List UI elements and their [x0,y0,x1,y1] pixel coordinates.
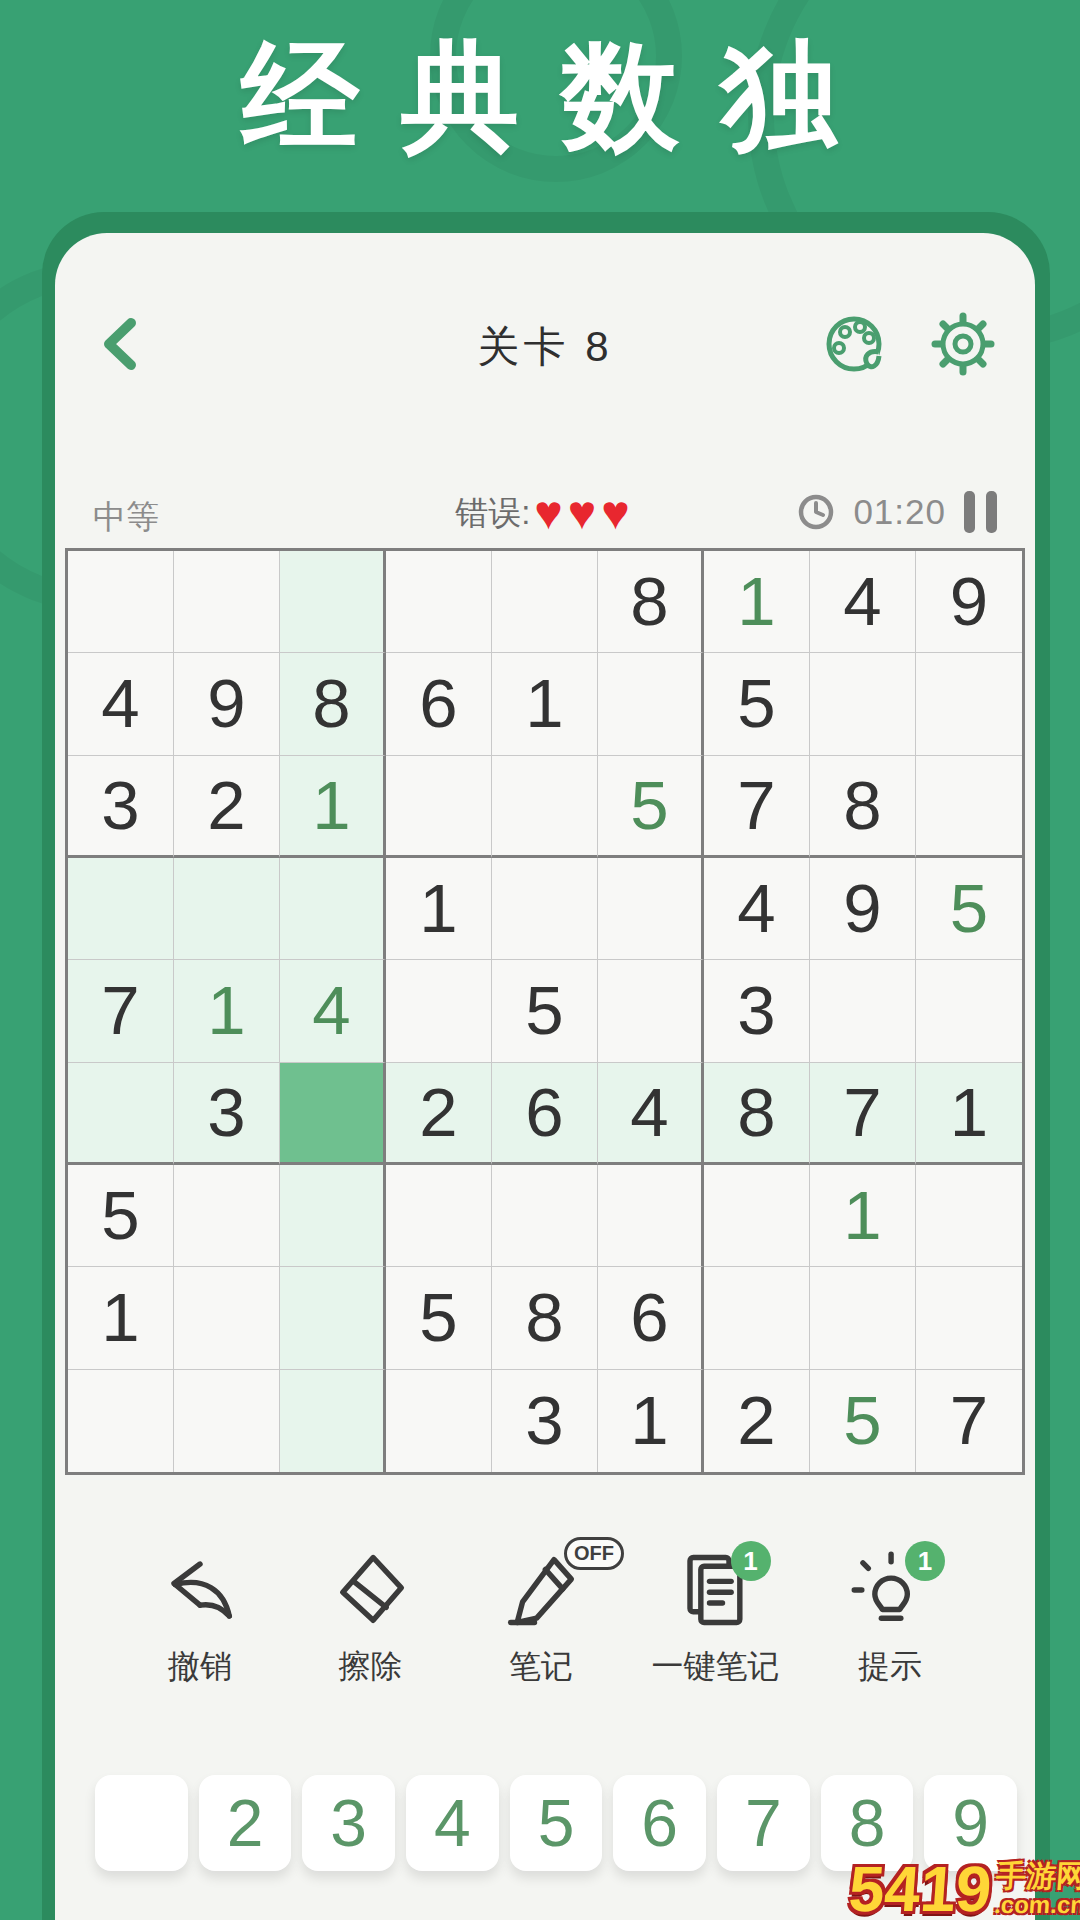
watermark-text: .com.cn [993,1892,1080,1918]
sudoku-cell-r9c8[interactable]: 5 [810,1370,916,1472]
sudoku-cell-r7c4[interactable] [386,1165,492,1267]
watermark-text: 手游网 [995,1860,1080,1892]
sudoku-cell-r7c8[interactable]: 1 [810,1165,916,1267]
sudoku-cell-r3c8[interactable]: 8 [810,756,916,858]
tool-label: 笔记 [509,1645,573,1689]
pause-icon [964,491,975,533]
sudoku-cell-r4c6[interactable] [598,858,704,960]
sudoku-cell-r4c8[interactable]: 9 [810,858,916,960]
toolbar: 撤销 擦除 [140,1551,950,1691]
sudoku-cell-r2c8[interactable] [810,653,916,755]
sudoku-cell-r9c3[interactable] [280,1370,386,1472]
sudoku-cell-r2c7[interactable]: 5 [704,653,810,755]
timer-text: 01:20 [853,492,946,532]
numpad-key-5[interactable]: 5 [510,1775,603,1871]
app-title: 经典数独 [0,18,1080,178]
sudoku-cell-r2c2[interactable]: 9 [174,653,280,755]
game-card: 关卡 8 [55,233,1035,1920]
mistakes-indicator: 错误: ♥♥♥ [455,483,635,543]
sudoku-cell-r8c2[interactable] [174,1267,280,1369]
sudoku-cell-r4c9[interactable]: 5 [916,858,1022,960]
sudoku-cell-r8c1[interactable]: 1 [68,1267,174,1369]
numpad-key-6[interactable]: 6 [613,1775,706,1871]
sudoku-cell-r2c4[interactable]: 6 [386,653,492,755]
header: 关卡 8 [55,311,1035,377]
sudoku-cell-r2c9[interactable] [916,653,1022,755]
sudoku-cell-r3c5[interactable] [492,756,598,858]
hearts-icons: ♥♥♥ [534,483,635,543]
sudoku-cell-r1c8[interactable]: 4 [810,551,916,653]
sudoku-cell-r6c8[interactable]: 7 [810,1063,916,1165]
sudoku-cell-r3c3[interactable]: 1 [280,756,386,858]
sudoku-cell-r6c7[interactable]: 8 [704,1063,810,1165]
sudoku-cell-r5c1[interactable]: 7 [68,960,174,1062]
difficulty-label: 中等 [93,495,159,540]
sudoku-cell-r7c7[interactable] [704,1165,810,1267]
notes-button[interactable]: OFF 笔记 [481,1551,601,1689]
erase-button[interactable]: 擦除 [311,1551,431,1689]
sudoku-cell-r5c6[interactable] [598,960,704,1062]
hint-count-badge: 1 [905,1541,945,1581]
sudoku-cell-r1c6[interactable]: 8 [598,551,704,653]
sudoku-cell-r1c5[interactable] [492,551,598,653]
sudoku-cell-r8c4[interactable]: 5 [386,1267,492,1369]
sudoku-cell-r8c9[interactable] [916,1267,1022,1369]
tool-label: 撤销 [168,1645,232,1689]
pencil-icon: OFF [502,1551,580,1629]
watermark-text: 5419 [847,1858,994,1920]
sudoku-cell-r1c9[interactable]: 9 [916,551,1022,653]
undo-button[interactable]: 撤销 [140,1551,260,1689]
tool-label: 一键笔记 [652,1645,780,1689]
numpad-key-2[interactable]: 2 [199,1775,292,1871]
sudoku-cell-r8c6[interactable]: 6 [598,1267,704,1369]
sudoku-cell-r5c8[interactable] [810,960,916,1062]
numpad-key-4[interactable]: 4 [406,1775,499,1871]
sudoku-cell-r4c1[interactable] [68,858,174,960]
numpad-key-7[interactable]: 7 [717,1775,810,1871]
auto-notes-button[interactable]: 1 一键笔记 [652,1551,780,1689]
sudoku-cell-r4c5[interactable] [492,858,598,960]
sudoku-cell-r1c1[interactable] [68,551,174,653]
numpad-key-empty[interactable] [95,1775,188,1871]
sudoku-cell-r3c1[interactable]: 3 [68,756,174,858]
clock-icon [797,493,835,531]
sudoku-cell-r3c6[interactable]: 5 [598,756,704,858]
sudoku-cell-r6c6[interactable]: 4 [598,1063,704,1165]
sudoku-cell-r9c2[interactable] [174,1370,280,1472]
notes-off-badge: OFF [564,1537,624,1570]
sudoku-cell-r3c2[interactable]: 2 [174,756,280,858]
palette-icon [823,311,887,377]
undo-icon [161,1551,239,1629]
sudoku-cell-r7c6[interactable] [598,1165,704,1267]
sudoku-cell-r1c2[interactable] [174,551,280,653]
sudoku-cell-r5c2[interactable]: 1 [174,960,280,1062]
sudoku-cell-r5c4[interactable] [386,960,492,1062]
watermark: 5419 手游网 .com.cn [847,1858,1080,1920]
hint-button[interactable]: 1 提示 [830,1551,950,1689]
sudoku-cell-r9c4[interactable] [386,1370,492,1472]
sudoku-cell-r8c7[interactable] [704,1267,810,1369]
documents-icon: 1 [677,1551,755,1629]
sudoku-cell-r6c4[interactable]: 2 [386,1063,492,1165]
sudoku-cell-r4c7[interactable]: 4 [704,858,810,960]
auto-notes-count-badge: 1 [731,1541,771,1581]
sudoku-cell-r5c7[interactable]: 3 [704,960,810,1062]
eraser-icon [332,1551,410,1629]
sudoku-cell-r9c1[interactable] [68,1370,174,1472]
sudoku-cell-r5c5[interactable]: 5 [492,960,598,1062]
sudoku-cell-r3c9[interactable] [916,756,1022,858]
sudoku-cell-r9c5[interactable]: 3 [492,1370,598,1472]
tool-label: 提示 [858,1645,922,1689]
sudoku-board: 8149498615321578149571453326487151158631… [65,548,1025,1475]
sudoku-cell-r1c7[interactable]: 1 [704,551,810,653]
sudoku-cell-r1c4[interactable] [386,551,492,653]
sudoku-cell-r1c3[interactable] [280,551,386,653]
sudoku-cell-r2c3[interactable]: 8 [280,653,386,755]
lightbulb-icon: 1 [851,1551,929,1629]
sudoku-cell-r2c6[interactable] [598,653,704,755]
error-label: 错误: [455,491,530,536]
sudoku-cell-r7c9[interactable] [916,1165,1022,1267]
sudoku-cell-r2c5[interactable]: 1 [492,653,598,755]
sudoku-cell-r6c3[interactable] [280,1063,386,1165]
sudoku-cell-r2c1[interactable]: 4 [68,653,174,755]
sudoku-cell-r8c3[interactable] [280,1267,386,1369]
sudoku-cell-r4c3[interactable] [280,858,386,960]
gear-icon [931,311,995,377]
sudoku-cell-r7c3[interactable] [280,1165,386,1267]
sudoku-cell-r5c9[interactable] [916,960,1022,1062]
sudoku-cell-r7c1[interactable]: 5 [68,1165,174,1267]
sudoku-cell-r6c9[interactable]: 1 [916,1063,1022,1165]
pause-button[interactable] [964,491,997,533]
tool-label: 擦除 [339,1645,403,1689]
sudoku-cell-r3c4[interactable] [386,756,492,858]
sudoku-cell-r6c5[interactable]: 6 [492,1063,598,1165]
sudoku-cell-r9c7[interactable]: 2 [704,1370,810,1472]
sudoku-cell-r9c6[interactable]: 1 [598,1370,704,1472]
sudoku-cell-r6c2[interactable]: 3 [174,1063,280,1165]
numpad-key-3[interactable]: 3 [302,1775,395,1871]
sudoku-cell-r9c9[interactable]: 7 [916,1370,1022,1472]
settings-button[interactable] [931,311,995,377]
sudoku-cell-r6c1[interactable] [68,1063,174,1165]
sudoku-cell-r8c8[interactable] [810,1267,916,1369]
sudoku-cell-r3c7[interactable]: 7 [704,756,810,858]
sudoku-cell-r7c2[interactable] [174,1165,280,1267]
sudoku-cell-r7c5[interactable] [492,1165,598,1267]
sudoku-cell-r4c4[interactable]: 1 [386,858,492,960]
sudoku-cell-r4c2[interactable] [174,858,280,960]
status-row: 中等 错误: ♥♥♥ 01:20 [55,483,1035,545]
sudoku-cell-r8c5[interactable]: 8 [492,1267,598,1369]
pause-icon [986,491,997,533]
theme-button[interactable] [823,311,887,377]
sudoku-cell-r5c3[interactable]: 4 [280,960,386,1062]
